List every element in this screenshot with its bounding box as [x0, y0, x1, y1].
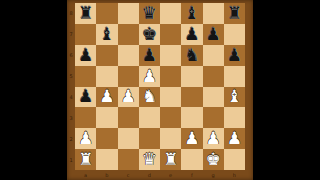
square-e7[interactable]	[160, 24, 181, 45]
piece-white-king[interactable]: ♚	[206, 151, 221, 168]
file-label-d: d	[139, 170, 160, 180]
square-h3[interactable]	[224, 107, 245, 128]
square-b4[interactable]: ♟	[96, 87, 117, 108]
square-b5[interactable]	[96, 66, 117, 87]
piece-black-queen[interactable]: ♛	[142, 4, 157, 21]
piece-white-pawn[interactable]: ♟	[121, 88, 136, 105]
file-coordinate-labels: abcdefgh	[75, 170, 245, 180]
piece-black-rook[interactable]: ♜	[78, 4, 93, 21]
square-f3[interactable]	[181, 107, 202, 128]
square-b8[interactable]	[96, 3, 117, 24]
square-a8[interactable]: ♜	[75, 3, 96, 24]
rank-label-5: 5	[67, 66, 75, 87]
rank-label-4: 4	[67, 87, 75, 108]
piece-black-pawn[interactable]: ♟	[227, 46, 242, 63]
square-f4[interactable]	[181, 87, 202, 108]
square-a2[interactable]: ♟	[75, 128, 96, 149]
piece-black-pawn[interactable]: ♟	[78, 46, 93, 63]
square-c3[interactable]	[118, 107, 139, 128]
square-d2[interactable]	[139, 128, 160, 149]
piece-black-rook[interactable]: ♜	[227, 4, 242, 21]
square-b3[interactable]	[96, 107, 117, 128]
square-d4[interactable]: ♞	[139, 87, 160, 108]
square-c7[interactable]	[118, 24, 139, 45]
square-h5[interactable]	[224, 66, 245, 87]
square-e1[interactable]: ♜	[160, 149, 181, 170]
square-g8[interactable]	[203, 3, 224, 24]
square-h6[interactable]: ♟	[224, 45, 245, 66]
square-f7[interactable]: ♟	[181, 24, 202, 45]
rank-label-6: 6	[67, 45, 75, 66]
square-h2[interactable]: ♟	[224, 128, 245, 149]
square-g3[interactable]	[203, 107, 224, 128]
square-h8[interactable]: ♜	[224, 3, 245, 24]
square-e6[interactable]	[160, 45, 181, 66]
square-e2[interactable]	[160, 128, 181, 149]
file-label-a: a	[75, 170, 96, 180]
piece-white-rook[interactable]: ♜	[78, 151, 93, 168]
square-d7[interactable]: ♚	[139, 24, 160, 45]
chess-board-frame: 87654321 abcdefgh ♜♛♝♜♝♚♟♟♟♟♞♟♟♟♟♟♞♝♟♟♟♟…	[67, 0, 253, 180]
rank-label-2: 2	[67, 128, 75, 149]
square-b6[interactable]	[96, 45, 117, 66]
square-f8[interactable]: ♝	[181, 3, 202, 24]
file-label-e: e	[160, 170, 181, 180]
piece-black-pawn[interactable]: ♟	[184, 25, 199, 42]
square-a5[interactable]	[75, 66, 96, 87]
square-b2[interactable]	[96, 128, 117, 149]
square-h7[interactable]	[224, 24, 245, 45]
rank-label-7: 7	[67, 24, 75, 45]
piece-black-knight[interactable]: ♞	[184, 46, 199, 63]
file-label-b: b	[96, 170, 117, 180]
square-a6[interactable]: ♟	[75, 45, 96, 66]
piece-white-knight[interactable]: ♞	[142, 88, 157, 105]
square-a7[interactable]	[75, 24, 96, 45]
square-c8[interactable]	[118, 3, 139, 24]
square-g5[interactable]	[203, 66, 224, 87]
square-d3[interactable]	[139, 107, 160, 128]
square-g1[interactable]: ♚	[203, 149, 224, 170]
piece-black-bishop[interactable]: ♝	[99, 25, 114, 42]
square-g6[interactable]	[203, 45, 224, 66]
square-e3[interactable]	[160, 107, 181, 128]
piece-white-pawn[interactable]: ♟	[142, 67, 157, 84]
square-g7[interactable]: ♟	[203, 24, 224, 45]
square-g2[interactable]: ♟	[203, 128, 224, 149]
square-c6[interactable]	[118, 45, 139, 66]
square-h4[interactable]: ♝	[224, 87, 245, 108]
letterbox-background: 87654321 abcdefgh ♜♛♝♜♝♚♟♟♟♟♞♟♟♟♟♟♞♝♟♟♟♟…	[0, 0, 320, 180]
square-c5[interactable]	[118, 66, 139, 87]
file-label-f: f	[181, 170, 202, 180]
square-b7[interactable]: ♝	[96, 24, 117, 45]
file-label-g: g	[203, 170, 224, 180]
square-a3[interactable]	[75, 107, 96, 128]
square-e5[interactable]	[160, 66, 181, 87]
piece-black-pawn[interactable]: ♟	[206, 25, 221, 42]
square-d1[interactable]: ♛	[139, 149, 160, 170]
square-f1[interactable]	[181, 149, 202, 170]
square-g4[interactable]	[203, 87, 224, 108]
square-f2[interactable]: ♟	[181, 128, 202, 149]
piece-white-pawn[interactable]: ♟	[227, 130, 242, 147]
piece-white-pawn[interactable]: ♟	[206, 130, 221, 147]
square-f6[interactable]: ♞	[181, 45, 202, 66]
square-b1[interactable]	[96, 149, 117, 170]
square-c1[interactable]	[118, 149, 139, 170]
piece-white-pawn[interactable]: ♟	[78, 130, 93, 147]
square-d5[interactable]: ♟	[139, 66, 160, 87]
square-c2[interactable]	[118, 128, 139, 149]
piece-white-queen[interactable]: ♛	[142, 151, 157, 168]
rank-label-3: 3	[67, 107, 75, 128]
piece-white-bishop[interactable]: ♝	[227, 88, 242, 105]
piece-black-king[interactable]: ♚	[142, 25, 157, 42]
square-a1[interactable]: ♜	[75, 149, 96, 170]
piece-white-rook[interactable]: ♜	[163, 151, 178, 168]
piece-white-pawn[interactable]: ♟	[99, 88, 114, 105]
chess-board: ♜♛♝♜♝♚♟♟♟♟♞♟♟♟♟♟♞♝♟♟♟♟♜♛♜♚	[75, 3, 245, 170]
square-d8[interactable]: ♛	[139, 3, 160, 24]
square-e8[interactable]	[160, 3, 181, 24]
piece-white-pawn[interactable]: ♟	[184, 130, 199, 147]
piece-black-pawn[interactable]: ♟	[78, 88, 93, 105]
square-f5[interactable]	[181, 66, 202, 87]
file-label-h: h	[224, 170, 245, 180]
square-e4[interactable]	[160, 87, 181, 108]
rank-coordinate-labels: 87654321	[67, 3, 75, 170]
rank-label-8: 8	[67, 3, 75, 24]
square-c4[interactable]: ♟	[118, 87, 139, 108]
file-label-c: c	[118, 170, 139, 180]
square-h1[interactable]	[224, 149, 245, 170]
square-a4[interactable]: ♟	[75, 87, 96, 108]
rank-label-1: 1	[67, 149, 75, 170]
piece-black-bishop[interactable]: ♝	[184, 4, 199, 21]
square-d6[interactable]: ♟	[139, 45, 160, 66]
piece-black-pawn[interactable]: ♟	[142, 46, 157, 63]
